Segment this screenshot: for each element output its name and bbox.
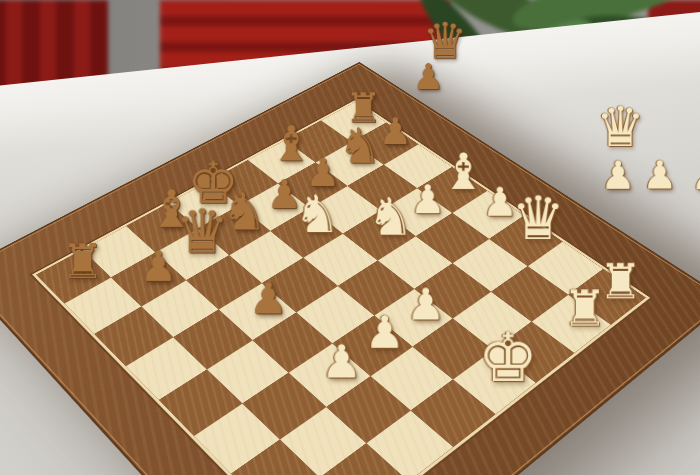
white-knight-c5[interactable]: ♞ [367, 191, 414, 243]
white-knight-d6[interactable]: ♞ [294, 188, 341, 240]
white-queen-captured-1[interactable]: ♛ [596, 100, 645, 155]
white-pawn-captured-4[interactable]: ♟ [691, 157, 700, 196]
white-rook-b1[interactable]: ♜ [562, 282, 607, 332]
black-pawn-f5[interactable]: ♟ [249, 277, 288, 320]
white-pawn-captured-2[interactable]: ♟ [601, 156, 636, 195]
black-pawn-captured-1[interactable]: ♟ [413, 59, 444, 94]
black-rook-h8[interactable]: ♜ [61, 237, 104, 285]
black-knight-b7[interactable]: ♞ [338, 122, 382, 171]
white-pawn-captured-3[interactable]: ♟ [642, 156, 677, 195]
white-king-d1[interactable]: ♚ [478, 324, 539, 392]
black-pawn-a7[interactable]: ♟ [379, 113, 412, 150]
white-pawn-d3[interactable]: ♟ [406, 283, 445, 326]
white-pawn-f3[interactable]: ♟ [321, 339, 362, 385]
white-pawn-b5[interactable]: ♟ [410, 180, 445, 220]
black-queen-f7[interactable]: ♛ [175, 201, 229, 262]
white-bishop-a5[interactable]: ♝ [441, 147, 486, 197]
white-queen-a3[interactable]: ♛ [511, 188, 565, 248]
white-pawn-e3[interactable]: ♟ [365, 310, 405, 355]
black-pawn-g7[interactable]: ♟ [140, 245, 178, 287]
photo-scene: ♜♝♚♝♜♟♞♟♟♞♛♟♞♝♟♞♟♟♛♟♟♟♜♜♚♟♛♛♟♟♟ [0, 0, 700, 475]
